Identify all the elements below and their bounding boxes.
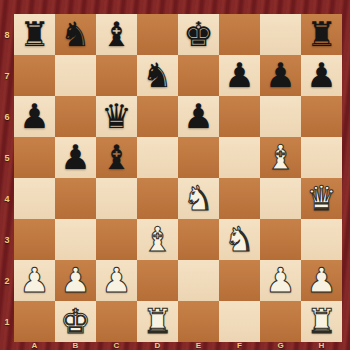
square-b1[interactable]: ♚ [55, 301, 96, 342]
chess-board: ♜♞♝♚♜♞♟♟♟♟♛♟♟♝♝♞♛♝♞♟♟♟♟♟♚♜♜ [14, 14, 342, 342]
square-b4[interactable] [55, 178, 96, 219]
piece-black-queen-icon[interactable]: ♛ [101, 99, 131, 133]
square-b7[interactable] [55, 55, 96, 96]
square-e8[interactable]: ♚ [178, 14, 219, 55]
rank-label-3: 3 [0, 219, 14, 260]
square-e6[interactable]: ♟ [178, 96, 219, 137]
square-g6[interactable] [260, 96, 301, 137]
square-a2[interactable]: ♟ [14, 260, 55, 301]
square-a4[interactable] [14, 178, 55, 219]
square-b2[interactable]: ♟ [55, 260, 96, 301]
square-e7[interactable] [178, 55, 219, 96]
piece-black-pawn-icon[interactable]: ♟ [183, 99, 213, 133]
rank-label-4: 4 [0, 178, 14, 219]
square-a7[interactable] [14, 55, 55, 96]
piece-white-pawn-icon[interactable]: ♟ [265, 263, 295, 297]
rank-label-7: 7 [0, 55, 14, 96]
square-g7[interactable]: ♟ [260, 55, 301, 96]
square-a1[interactable] [14, 301, 55, 342]
piece-white-king-icon[interactable]: ♚ [60, 304, 90, 338]
square-h1[interactable]: ♜ [301, 301, 342, 342]
square-d2[interactable] [137, 260, 178, 301]
square-h8[interactable]: ♜ [301, 14, 342, 55]
square-d1[interactable]: ♜ [137, 301, 178, 342]
square-g1[interactable] [260, 301, 301, 342]
file-label-a: A [14, 341, 55, 350]
square-c4[interactable] [96, 178, 137, 219]
piece-white-pawn-icon[interactable]: ♟ [19, 263, 49, 297]
piece-white-bishop-icon[interactable]: ♝ [142, 222, 172, 256]
square-g4[interactable] [260, 178, 301, 219]
piece-black-pawn-icon[interactable]: ♟ [60, 140, 90, 174]
square-a5[interactable] [14, 137, 55, 178]
square-f3[interactable]: ♞ [219, 219, 260, 260]
square-c1[interactable] [96, 301, 137, 342]
square-d6[interactable] [137, 96, 178, 137]
square-c7[interactable] [96, 55, 137, 96]
piece-black-pawn-icon[interactable]: ♟ [265, 58, 295, 92]
square-c8[interactable]: ♝ [96, 14, 137, 55]
square-g3[interactable] [260, 219, 301, 260]
piece-white-knight-icon[interactable]: ♞ [183, 181, 213, 215]
piece-black-pawn-icon[interactable]: ♟ [306, 58, 336, 92]
square-d8[interactable] [137, 14, 178, 55]
square-e1[interactable] [178, 301, 219, 342]
piece-black-rook-icon[interactable]: ♜ [306, 17, 336, 51]
rank-label-8: 8 [0, 14, 14, 55]
piece-white-knight-icon[interactable]: ♞ [224, 222, 254, 256]
square-f7[interactable]: ♟ [219, 55, 260, 96]
square-f1[interactable] [219, 301, 260, 342]
square-h7[interactable]: ♟ [301, 55, 342, 96]
piece-black-knight-icon[interactable]: ♞ [142, 58, 172, 92]
piece-white-rook-icon[interactable]: ♜ [306, 304, 336, 338]
square-d7[interactable]: ♞ [137, 55, 178, 96]
square-b6[interactable] [55, 96, 96, 137]
piece-black-bishop-icon[interactable]: ♝ [101, 17, 131, 51]
square-b8[interactable]: ♞ [55, 14, 96, 55]
square-g8[interactable] [260, 14, 301, 55]
square-b3[interactable] [55, 219, 96, 260]
piece-black-rook-icon[interactable]: ♜ [19, 17, 49, 51]
square-h4[interactable]: ♛ [301, 178, 342, 219]
square-f4[interactable] [219, 178, 260, 219]
file-label-h: H [301, 341, 342, 350]
square-c3[interactable] [96, 219, 137, 260]
file-label-g: G [260, 341, 301, 350]
piece-white-rook-icon[interactable]: ♜ [142, 304, 172, 338]
square-h6[interactable] [301, 96, 342, 137]
rank-label-5: 5 [0, 137, 14, 178]
piece-black-king-icon[interactable]: ♚ [183, 17, 213, 51]
square-h2[interactable]: ♟ [301, 260, 342, 301]
square-f6[interactable] [219, 96, 260, 137]
square-d4[interactable] [137, 178, 178, 219]
square-a6[interactable]: ♟ [14, 96, 55, 137]
square-d3[interactable]: ♝ [137, 219, 178, 260]
piece-white-bishop-icon[interactable]: ♝ [265, 140, 295, 174]
square-d5[interactable] [137, 137, 178, 178]
piece-white-pawn-icon[interactable]: ♟ [306, 263, 336, 297]
square-c5[interactable]: ♝ [96, 137, 137, 178]
square-f8[interactable] [219, 14, 260, 55]
piece-black-pawn-icon[interactable]: ♟ [19, 99, 49, 133]
file-label-b: B [55, 341, 96, 350]
piece-black-pawn-icon[interactable]: ♟ [224, 58, 254, 92]
piece-white-pawn-icon[interactable]: ♟ [101, 263, 131, 297]
piece-white-pawn-icon[interactable]: ♟ [60, 263, 90, 297]
board-frame: ♜♞♝♚♜♞♟♟♟♟♛♟♟♝♝♞♛♝♞♟♟♟♟♟♚♜♜ 87654321 ABC… [0, 0, 350, 350]
file-label-d: D [137, 341, 178, 350]
square-c6[interactable]: ♛ [96, 96, 137, 137]
square-e5[interactable] [178, 137, 219, 178]
square-a3[interactable] [14, 219, 55, 260]
square-g5[interactable]: ♝ [260, 137, 301, 178]
file-label-e: E [178, 341, 219, 350]
square-e2[interactable] [178, 260, 219, 301]
square-f5[interactable] [219, 137, 260, 178]
rank-label-2: 2 [0, 260, 14, 301]
square-b5[interactable]: ♟ [55, 137, 96, 178]
square-c2[interactable]: ♟ [96, 260, 137, 301]
square-g2[interactable]: ♟ [260, 260, 301, 301]
square-e4[interactable]: ♞ [178, 178, 219, 219]
piece-white-queen-icon[interactable]: ♛ [306, 181, 336, 215]
square-h3[interactable] [301, 219, 342, 260]
square-a8[interactable]: ♜ [14, 14, 55, 55]
piece-black-knight-icon[interactable]: ♞ [60, 17, 90, 51]
file-label-c: C [96, 341, 137, 350]
square-h5[interactable] [301, 137, 342, 178]
square-e3[interactable] [178, 219, 219, 260]
file-label-f: F [219, 341, 260, 350]
rank-label-1: 1 [0, 301, 14, 342]
rank-label-6: 6 [0, 96, 14, 137]
piece-black-bishop-icon[interactable]: ♝ [101, 140, 131, 174]
square-f2[interactable] [219, 260, 260, 301]
